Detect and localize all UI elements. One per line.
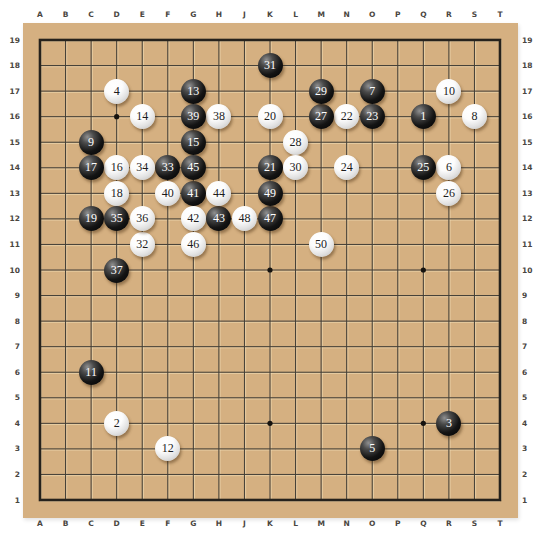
coord-label-bottom-R: R bbox=[439, 519, 459, 528]
coord-label-top-G: G bbox=[183, 10, 203, 19]
stone-black-19[interactable]: 19 bbox=[79, 206, 104, 231]
coord-label-right-16: 16 bbox=[522, 112, 538, 121]
stone-black-5[interactable]: 5 bbox=[360, 436, 385, 461]
coord-label-right-7: 7 bbox=[522, 342, 538, 351]
coord-label-bottom-F: F bbox=[158, 519, 178, 528]
stone-black-45[interactable]: 45 bbox=[181, 155, 206, 180]
coord-label-bottom-J: J bbox=[234, 519, 254, 528]
stone-black-21[interactable]: 21 bbox=[258, 155, 283, 180]
coord-label-bottom-S: S bbox=[464, 519, 484, 528]
coord-label-left-10: 10 bbox=[4, 266, 20, 275]
stone-black-1[interactable]: 1 bbox=[411, 104, 436, 129]
coord-label-bottom-M: M bbox=[311, 519, 331, 528]
stone-black-41[interactable]: 41 bbox=[181, 181, 206, 206]
stone-white-32[interactable]: 32 bbox=[130, 232, 155, 257]
coord-label-left-11: 11 bbox=[4, 240, 20, 249]
coord-label-bottom-L: L bbox=[286, 519, 306, 528]
coord-label-right-3: 3 bbox=[522, 444, 538, 453]
coord-label-top-J: J bbox=[234, 10, 254, 19]
coord-label-left-5: 5 bbox=[4, 393, 20, 402]
stone-black-39[interactable]: 39 bbox=[181, 104, 206, 129]
coord-label-left-8: 8 bbox=[4, 317, 20, 326]
coord-label-left-16: 16 bbox=[4, 112, 20, 121]
coord-label-right-19: 19 bbox=[522, 36, 538, 45]
coord-label-right-12: 12 bbox=[522, 214, 538, 223]
coord-label-bottom-T: T bbox=[490, 519, 510, 528]
coord-label-top-M: M bbox=[311, 10, 331, 19]
stone-white-50[interactable]: 50 bbox=[309, 232, 334, 257]
coord-label-left-17: 17 bbox=[4, 87, 20, 96]
coord-label-right-5: 5 bbox=[522, 393, 538, 402]
coord-label-top-H: H bbox=[209, 10, 229, 19]
coord-label-bottom-K: K bbox=[260, 519, 280, 528]
stone-black-25[interactable]: 25 bbox=[411, 155, 436, 180]
go-game-diagram: AABBCCDDEEFFGGHHJJKKLLMMNNOOPPQQRRSSTT19… bbox=[0, 0, 540, 540]
coord-label-bottom-O: O bbox=[362, 519, 382, 528]
stone-black-49[interactable]: 49 bbox=[258, 181, 283, 206]
stone-white-36[interactable]: 36 bbox=[130, 206, 155, 231]
stone-black-15[interactable]: 15 bbox=[181, 130, 206, 155]
stone-black-13[interactable]: 13 bbox=[181, 79, 206, 104]
stone-black-7[interactable]: 7 bbox=[360, 79, 385, 104]
coord-label-bottom-E: E bbox=[132, 519, 152, 528]
coord-label-top-E: E bbox=[132, 10, 152, 19]
coord-label-bottom-N: N bbox=[337, 519, 357, 528]
stone-black-23[interactable]: 23 bbox=[360, 104, 385, 129]
coord-label-top-B: B bbox=[56, 10, 76, 19]
coord-label-left-15: 15 bbox=[4, 138, 20, 147]
coord-label-left-1: 1 bbox=[4, 496, 20, 505]
stone-white-2[interactable]: 2 bbox=[104, 411, 129, 436]
stone-black-47[interactable]: 47 bbox=[258, 206, 283, 231]
coord-label-top-T: T bbox=[490, 10, 510, 19]
coord-label-right-4: 4 bbox=[522, 419, 538, 428]
stone-black-31[interactable]: 31 bbox=[258, 53, 283, 78]
coord-label-bottom-D: D bbox=[107, 519, 127, 528]
stone-white-46[interactable]: 46 bbox=[181, 232, 206, 257]
coord-label-top-P: P bbox=[388, 10, 408, 19]
coord-label-top-K: K bbox=[260, 10, 280, 19]
coord-label-top-N: N bbox=[337, 10, 357, 19]
stone-white-10[interactable]: 10 bbox=[436, 79, 461, 104]
coord-label-top-R: R bbox=[439, 10, 459, 19]
coord-label-top-O: O bbox=[362, 10, 382, 19]
coord-label-bottom-P: P bbox=[388, 519, 408, 528]
coord-label-top-C: C bbox=[81, 10, 101, 19]
coord-label-bottom-C: C bbox=[81, 519, 101, 528]
stone-black-29[interactable]: 29 bbox=[309, 79, 334, 104]
coord-label-right-8: 8 bbox=[522, 317, 538, 326]
coord-label-right-18: 18 bbox=[522, 61, 538, 70]
coord-label-left-2: 2 bbox=[4, 470, 20, 479]
coord-label-left-9: 9 bbox=[4, 291, 20, 300]
coord-label-bottom-B: B bbox=[56, 519, 76, 528]
coord-label-bottom-H: H bbox=[209, 519, 229, 528]
stone-white-28[interactable]: 28 bbox=[283, 130, 308, 155]
coord-label-right-1: 1 bbox=[522, 496, 538, 505]
stone-white-8[interactable]: 8 bbox=[462, 104, 487, 129]
stone-white-18[interactable]: 18 bbox=[104, 181, 129, 206]
stone-black-17[interactable]: 17 bbox=[79, 155, 104, 180]
coord-label-top-S: S bbox=[464, 10, 484, 19]
stone-black-11[interactable]: 11 bbox=[79, 360, 104, 385]
coord-label-top-A: A bbox=[30, 10, 50, 19]
coord-label-right-2: 2 bbox=[522, 470, 538, 479]
stone-black-9[interactable]: 9 bbox=[79, 130, 104, 155]
stone-white-40[interactable]: 40 bbox=[155, 181, 180, 206]
coord-label-bottom-A: A bbox=[30, 519, 50, 528]
coord-label-bottom-G: G bbox=[183, 519, 203, 528]
coord-label-right-9: 9 bbox=[522, 291, 538, 300]
coord-label-left-4: 4 bbox=[4, 419, 20, 428]
coord-label-left-12: 12 bbox=[4, 214, 20, 223]
coord-label-left-3: 3 bbox=[4, 444, 20, 453]
coord-label-left-13: 13 bbox=[4, 189, 20, 198]
coord-label-bottom-Q: Q bbox=[413, 519, 433, 528]
coord-label-top-L: L bbox=[286, 10, 306, 19]
coord-label-right-13: 13 bbox=[522, 189, 538, 198]
coord-label-right-6: 6 bbox=[522, 368, 538, 377]
coord-label-top-Q: Q bbox=[413, 10, 433, 19]
coord-label-top-D: D bbox=[107, 10, 127, 19]
stone-white-20[interactable]: 20 bbox=[258, 104, 283, 129]
coord-label-right-14: 14 bbox=[522, 163, 538, 172]
stone-black-27[interactable]: 27 bbox=[309, 104, 334, 129]
coord-label-right-10: 10 bbox=[522, 266, 538, 275]
stone-white-14[interactable]: 14 bbox=[130, 104, 155, 129]
coord-label-left-19: 19 bbox=[4, 36, 20, 45]
coord-label-top-F: F bbox=[158, 10, 178, 19]
coord-label-left-14: 14 bbox=[4, 163, 20, 172]
stone-black-37[interactable]: 37 bbox=[104, 258, 129, 283]
coord-label-left-7: 7 bbox=[4, 342, 20, 351]
coord-label-right-15: 15 bbox=[522, 138, 538, 147]
coord-label-right-17: 17 bbox=[522, 87, 538, 96]
coord-label-left-18: 18 bbox=[4, 61, 20, 70]
coord-label-left-6: 6 bbox=[4, 368, 20, 377]
stone-white-34[interactable]: 34 bbox=[130, 155, 155, 180]
coord-label-right-11: 11 bbox=[522, 240, 538, 249]
stone-white-4[interactable]: 4 bbox=[104, 79, 129, 104]
